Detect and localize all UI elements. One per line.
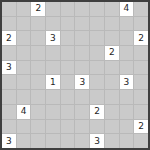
cell-r7c8[interactable] [120,105,134,119]
cell-r6c6[interactable] [90,90,104,104]
clue-cell-r7c1: 4 [17,105,31,119]
cell-r0c3[interactable] [46,2,60,16]
cell-r2c1[interactable] [17,31,31,45]
cell-r8c8[interactable] [120,120,134,134]
cell-r1c8[interactable] [120,17,134,31]
cell-r5c1[interactable] [17,75,31,89]
clue-cell-r0c2: 2 [31,2,45,16]
cell-r9c9[interactable] [134,134,148,148]
clue-cell-r9c6: 3 [90,134,104,148]
clue-cell-r2c9: 2 [134,31,148,45]
cell-r2c5[interactable] [75,31,89,45]
cell-r9c3[interactable] [46,134,60,148]
cell-r3c3[interactable] [46,46,60,60]
cell-r2c4[interactable] [61,31,75,45]
cell-r7c9[interactable] [134,105,148,119]
cell-r6c7[interactable] [105,90,119,104]
cell-r1c4[interactable] [61,17,75,31]
cell-r3c4[interactable] [61,46,75,60]
cell-r4c3[interactable] [46,61,60,75]
cell-r9c4[interactable] [61,134,75,148]
cell-r4c9[interactable] [134,61,148,75]
clue-cell-r9c0: 3 [2,134,16,148]
cell-r8c4[interactable] [61,120,75,134]
cell-r3c2[interactable] [31,46,45,60]
cell-r6c9[interactable] [134,90,148,104]
cell-r7c3[interactable] [46,105,60,119]
cell-r4c6[interactable] [90,61,104,75]
cell-r4c2[interactable] [31,61,45,75]
clue-cell-r5c5: 3 [75,75,89,89]
cell-r6c3[interactable] [46,90,60,104]
cell-r0c5[interactable] [75,2,89,16]
cell-r5c2[interactable] [31,75,45,89]
cell-r3c8[interactable] [120,46,134,60]
cell-r3c9[interactable] [134,46,148,60]
clue-cell-r5c3: 1 [46,75,60,89]
cell-r0c4[interactable] [61,2,75,16]
cell-r7c0[interactable] [2,105,16,119]
cell-r9c7[interactable] [105,134,119,148]
clue-cell-r2c0: 2 [2,31,16,45]
cell-r7c2[interactable] [31,105,45,119]
cell-r1c2[interactable] [31,17,45,31]
cell-r4c8[interactable] [120,61,134,75]
cell-r1c5[interactable] [75,17,89,31]
cell-r7c7[interactable] [105,105,119,119]
clue-cell-r7c6: 2 [90,105,104,119]
cell-r9c5[interactable] [75,134,89,148]
cell-r1c3[interactable] [46,17,60,31]
clue-cell-r8c9: 2 [134,120,148,134]
cell-r8c7[interactable] [105,120,119,134]
cell-r4c1[interactable] [17,61,31,75]
cell-r8c6[interactable] [90,120,104,134]
clue-cell-r5c8: 3 [120,75,134,89]
cell-r0c1[interactable] [17,2,31,16]
cell-r5c4[interactable] [61,75,75,89]
cell-r6c1[interactable] [17,90,31,104]
cell-r0c9[interactable] [134,2,148,16]
cell-r7c4[interactable] [61,105,75,119]
cell-r2c8[interactable] [120,31,134,45]
cell-r5c6[interactable] [90,75,104,89]
cell-r4c4[interactable] [61,61,75,75]
cell-r8c0[interactable] [2,120,16,134]
cell-r6c2[interactable] [31,90,45,104]
clue-cell-r0c8: 4 [120,2,134,16]
puzzle-board: 242322313342233 [0,0,150,150]
cell-r0c0[interactable] [2,2,16,16]
cell-r3c1[interactable] [17,46,31,60]
cell-r1c9[interactable] [134,17,148,31]
cell-r8c1[interactable] [17,120,31,134]
cell-r4c5[interactable] [75,61,89,75]
cell-r1c7[interactable] [105,17,119,31]
cell-r1c6[interactable] [90,17,104,31]
cell-r8c3[interactable] [46,120,60,134]
cell-r8c5[interactable] [75,120,89,134]
cell-r6c8[interactable] [120,90,134,104]
cell-r6c4[interactable] [61,90,75,104]
clue-cell-r2c3: 3 [46,31,60,45]
cell-r6c0[interactable] [2,90,16,104]
cell-r8c2[interactable] [31,120,45,134]
puzzle-grid: 242322313342233 [2,2,148,148]
cell-r6c5[interactable] [75,90,89,104]
cell-r2c7[interactable] [105,31,119,45]
cell-r2c6[interactable] [90,31,104,45]
cell-r2c2[interactable] [31,31,45,45]
cell-r9c1[interactable] [17,134,31,148]
cell-r9c8[interactable] [120,134,134,148]
cell-r3c0[interactable] [2,46,16,60]
cell-r3c5[interactable] [75,46,89,60]
cell-r1c0[interactable] [2,17,16,31]
cell-r3c6[interactable] [90,46,104,60]
cell-r9c2[interactable] [31,134,45,148]
cell-r4c7[interactable] [105,61,119,75]
clue-cell-r4c0: 3 [2,61,16,75]
clue-cell-r3c7: 2 [105,46,119,60]
cell-r5c7[interactable] [105,75,119,89]
cell-r7c5[interactable] [75,105,89,119]
cell-r5c9[interactable] [134,75,148,89]
cell-r5c0[interactable] [2,75,16,89]
cell-r1c1[interactable] [17,17,31,31]
cell-r0c7[interactable] [105,2,119,16]
cell-r0c6[interactable] [90,2,104,16]
